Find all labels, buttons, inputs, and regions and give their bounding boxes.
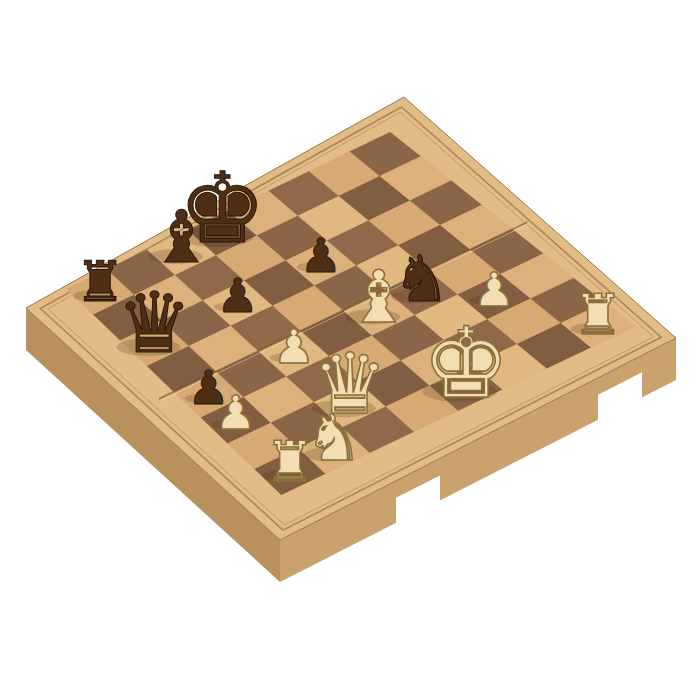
piece-white-rook[interactable]: ♜ <box>573 282 623 347</box>
chessboard: ♚♝♟♜♞♟♟♝♜♛♟♚♟♛♟♞♜ <box>0 0 700 700</box>
piece-white-bishop[interactable]: ♝ <box>347 255 412 339</box>
piece-black-pawn[interactable]: ♟ <box>300 228 342 283</box>
board-photo: ♚♝♟♜♞♟♟♝♜♛♟♚♟♛♟♞♜ <box>0 0 700 700</box>
piece-white-rook[interactable]: ♜ <box>265 429 315 494</box>
piece-white-king[interactable]: ♚ <box>422 306 510 420</box>
piece-black-bishop[interactable]: ♝ <box>149 195 214 279</box>
piece-white-pawn[interactable]: ♟ <box>273 319 315 374</box>
piece-white-pawn[interactable]: ♟ <box>215 385 257 440</box>
piece-black-queen[interactable]: ♛ <box>117 274 192 372</box>
piece-black-pawn[interactable]: ♟ <box>217 268 259 323</box>
